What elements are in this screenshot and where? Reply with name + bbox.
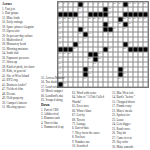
across-clue-item: 67. Got by: [72, 113, 109, 117]
across-clue-item: 49. Held property: [2, 96, 39, 100]
across-clue-item: 53. Actress Moreno: [41, 76, 70, 80]
across-clue-item: 36. Paparazzi presence: [2, 56, 39, 60]
clue-column-3: 63. Word with setter64. John of "A Fish …: [72, 91, 109, 148]
cell-number: 45: [58, 37, 60, 40]
cell-number: 10: [113, 2, 115, 5]
down-clue-item: 1. Part of CBS: [41, 108, 70, 112]
cell-number: 34: [108, 22, 110, 25]
cell-number: 40: [123, 27, 125, 30]
cell-number: 23: [68, 17, 70, 20]
down-clue-item: 9. Number one: [72, 140, 109, 144]
across-clue-item: 37. Show up: [2, 60, 39, 64]
cell-number: 42: [78, 32, 80, 35]
across-clue-item: 57. Loud noise: [41, 85, 70, 89]
grid-cell[interactable]: [143, 82, 148, 87]
cell-number: 9: [108, 2, 109, 5]
down-clue-item: 7. They favor the sauce: [72, 131, 109, 135]
cell-number: 7: [93, 2, 94, 5]
cell-number: 69: [83, 77, 85, 80]
cell-number: 24: [73, 17, 75, 20]
cell-number: 54: [63, 52, 65, 55]
cell-number: 62: [58, 67, 60, 70]
down-clue-item: 24. Gets bigger: [112, 122, 148, 126]
cell-number: 53: [58, 52, 60, 55]
clue-column-4: 13. Mae West role14. Bard's "before"15. …: [112, 91, 148, 148]
cell-number: 8: [98, 2, 99, 5]
down-clue-item: 10. Scorched: [72, 144, 109, 148]
down-clue-item: 27. Came to rest: [112, 136, 148, 140]
down-clue-item: 26. Tiny bit: [112, 131, 148, 135]
across-clue-item: 71. Lounge: [72, 122, 109, 126]
across-clue-item: 51. Meeting opener: [2, 105, 39, 109]
cell-number: 3: [68, 2, 69, 5]
cell-number: 64: [123, 67, 125, 70]
cell-number: 49: [128, 42, 130, 45]
across-clue-item: 62. Scraped along: [41, 98, 70, 102]
cell-number: 67: [123, 72, 125, 75]
cell-number: 56: [98, 52, 100, 55]
cell-number: 60: [58, 62, 60, 65]
cell-number: 51: [108, 47, 110, 50]
across-clue-item: 16. Early outings: [2, 20, 39, 24]
cell-number: 4: [73, 2, 74, 5]
cell-number: 38: [83, 27, 85, 30]
down-clue-item: 3. Kimono sash: [41, 116, 70, 120]
cell-number: 37: [58, 27, 60, 30]
across-clue-item: 48. Elevate: [2, 92, 39, 96]
cell-number: 33: [58, 22, 60, 25]
cell-number: 13: [133, 2, 135, 5]
cell-number: 59: [98, 57, 100, 60]
cell-number: 66: [88, 72, 90, 75]
cell-number: 58: [88, 57, 90, 60]
down-clue-item: 15. Chopped down: [112, 100, 148, 104]
cell-number: 70: [118, 77, 120, 80]
down-clue-item: 13. Mae West role: [112, 91, 148, 95]
across-clue-item: 19. Opera solo: [2, 29, 39, 33]
across-clue-item: 64. John of "A Fish Called Wanda": [72, 95, 109, 103]
down-clue-item: 30. Make amends: [112, 145, 148, 148]
clue-column-2: 53. Actress Moreno56. Tan shade57. Loud …: [41, 76, 70, 148]
cell-number: 11: [118, 2, 120, 5]
cell-number: 18: [108, 7, 110, 10]
cell-number: 46: [83, 37, 85, 40]
cell-number: 20: [108, 12, 110, 15]
cell-number: 1: [58, 2, 59, 5]
across-clue-item: 45. Business leader?: [2, 83, 39, 87]
cell-number: 43: [88, 32, 90, 35]
cell-number: 29: [128, 17, 130, 20]
cell-number: 14: [138, 2, 140, 5]
across-clue-item: 38. Kind of pitch, for short: [2, 65, 39, 69]
cell-number: 61: [93, 62, 95, 65]
cell-number: 5: [83, 2, 84, 5]
across-clue-item: 66. Winter blast: [72, 109, 109, 113]
cell-number: 28: [123, 17, 125, 20]
across-clue-item: 5. Hair goops: [2, 11, 39, 15]
down-clue-item: 8. Not here: [72, 135, 109, 139]
across-clue-item: 56. Tan shade: [41, 80, 70, 84]
cell-number: 2: [63, 2, 64, 5]
down-clue-item: 22. Spoken for: [112, 113, 148, 117]
across-clue-item: 39. Kids, in general: [2, 69, 39, 73]
cell-number: 44: [108, 32, 110, 35]
across-clue-item: 41. Site of West Island: [2, 74, 39, 78]
across-clue-item: 34. Sushi fish: [2, 51, 39, 55]
cell-number: 17: [78, 7, 80, 10]
down-clue-item: 2. Adidas rival: [41, 112, 70, 116]
cell-number: 39: [113, 27, 115, 30]
across-clue-item: 12. Mine finds: [2, 16, 39, 20]
cell-number: 57: [58, 57, 60, 60]
cell-number: 50: [73, 47, 75, 50]
cell-number: 48: [78, 42, 80, 45]
cell-number: 35: [118, 22, 120, 25]
cell-number: 30: [133, 17, 135, 20]
across-clue-item: 21. Multicolored: [2, 38, 39, 42]
cell-number: 36: [128, 22, 130, 25]
cell-number: 19: [78, 12, 80, 15]
cell-number: 65: [58, 72, 60, 75]
cell-number: 22: [63, 17, 65, 20]
across-clue-item: 18. Space pioneer Gagarin: [2, 25, 39, 29]
cell-number: 32: [143, 17, 145, 20]
down-clue-item: 6. Out-of-date: [72, 126, 109, 130]
across-clue-item: 63. Word with setter: [72, 91, 109, 95]
across-clue-item: 1. Fast jets: [2, 7, 39, 11]
across-clue-item: 28. Monastery head: [2, 42, 39, 46]
across-clue-item: 60. Landlord's due: [41, 94, 70, 98]
down-clue-item: 25. Road curve: [112, 127, 148, 131]
down-clue-item: 4. Torn to bits: [41, 121, 70, 125]
cell-number: 27: [98, 17, 100, 20]
cell-number: 31: [138, 17, 140, 20]
across-clue-item: 43. BYU org.: [2, 78, 39, 82]
cell-number: 26: [93, 17, 95, 20]
across-clue-item: 68. Tavern: [72, 118, 109, 122]
cell-number: 16: [58, 7, 60, 10]
across-clue-item: 65. Even once: [72, 104, 109, 108]
clue-column-1: Across1. Fast jets5. Hair goops12. Mine …: [2, 2, 39, 148]
crossword-grid: 1234567891011121314151617181920212223242…: [57, 1, 149, 88]
across-clue-item: 59. Movie snippet: [41, 89, 70, 93]
cell-number: 47: [58, 42, 60, 45]
across-clue-item: 50. Camper's lantern: [2, 101, 39, 105]
cell-number: 21: [58, 17, 60, 20]
cell-number: 25: [88, 17, 90, 20]
down-clue-item: 17. Plumb crazy: [112, 104, 148, 108]
across-clue-item: 47. Fields of film: [2, 87, 39, 91]
across-clue-item: 33. Morning moisture: [2, 47, 39, 51]
cell-number: 6: [88, 2, 89, 5]
down-clue-item: 5. Hammered it up: [41, 125, 70, 129]
cell-number: 55: [68, 52, 70, 55]
cell-number: 15: [143, 2, 145, 5]
down-clue-item: 21. Mares' meals: [112, 109, 148, 113]
down-clue-item: 14. Bard's "before": [112, 95, 148, 99]
cell-number: 52: [123, 47, 125, 50]
down-clue-item: 23. Lasso: [112, 118, 148, 122]
cell-number: 12: [128, 2, 130, 5]
cell-number: 63: [88, 67, 90, 70]
across-clue-item: 20. In present-day culture: [2, 34, 39, 38]
down-clue-item: 29. Sky color: [112, 140, 148, 144]
cell-number: 41: [58, 32, 60, 35]
